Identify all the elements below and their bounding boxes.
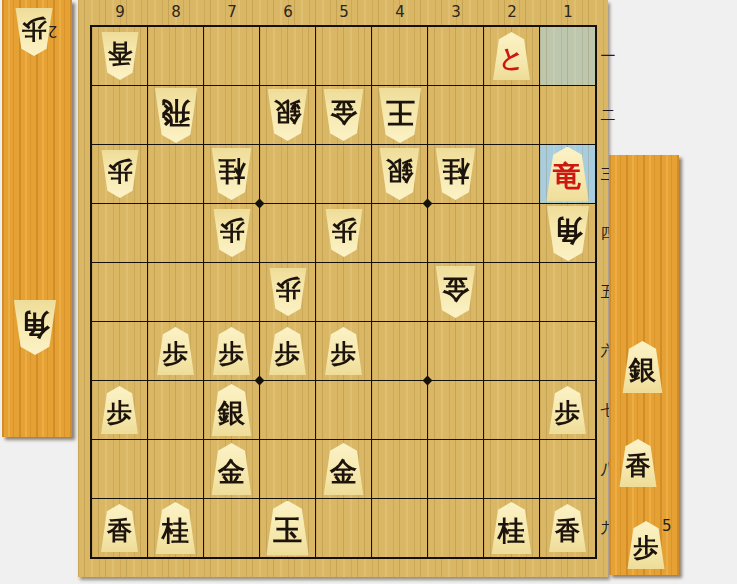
piece-dragon[interactable]: 竜 (544, 147, 592, 202)
board-cell[interactable]: 歩 (204, 322, 259, 380)
piece-bishop[interactable]: 角 (544, 206, 592, 261)
board-cell[interactable] (428, 440, 483, 498)
file-label: 8 (148, 2, 204, 22)
board-cell[interactable] (428, 381, 483, 439)
board-cell[interactable]: 歩 (540, 381, 595, 439)
board-cell[interactable]: 歩 (148, 322, 203, 380)
board-cell[interactable] (428, 204, 483, 262)
board-cell[interactable] (204, 263, 259, 321)
board-cell[interactable]: 玉 (260, 499, 315, 557)
piece-pawn[interactable]: 歩 (547, 386, 589, 434)
piece-lance[interactable]: 香 (617, 439, 659, 487)
board-cell[interactable]: 飛 (148, 86, 203, 144)
piece-glyph: 桂 (498, 512, 525, 544)
board-cell[interactable] (372, 263, 427, 321)
board-cell[interactable] (428, 322, 483, 380)
piece-rook[interactable]: 飛 (152, 88, 200, 143)
piece-glyph: 銀 (274, 99, 301, 131)
gote-piece-stand: 歩2角 (2, 0, 72, 437)
file-label: 5 (316, 2, 372, 22)
piece-glyph: 歩 (22, 17, 47, 47)
hand-piece-count: 5 (662, 517, 672, 535)
piece-glyph: 歩 (331, 336, 356, 366)
board-cell[interactable]: 桂 (428, 145, 483, 203)
piece-glyph: 歩 (634, 530, 659, 560)
board-cell[interactable]: 金 (428, 263, 483, 321)
piece-silver[interactable]: 銀 (209, 384, 254, 436)
piece-silver[interactable]: 銀 (620, 341, 665, 393)
file-label: 3 (428, 2, 484, 22)
file-label: 2 (484, 2, 540, 22)
piece-pawn[interactable]: 歩 (99, 386, 141, 434)
piece-glyph: 角 (553, 216, 582, 250)
board-cell-highlighted[interactable]: 竜 (540, 145, 595, 203)
hand-piece-count: 2 (48, 22, 58, 40)
piece-knight[interactable]: 桂 (153, 502, 198, 554)
board-cell[interactable] (540, 440, 595, 498)
piece-glyph: 歩 (331, 218, 356, 248)
board-grid-wrap: 香と飛銀金王歩桂銀桂竜歩歩角歩金歩歩歩歩歩銀歩金金香桂玉桂香 (90, 25, 597, 559)
board-cell[interactable]: 金 (204, 440, 259, 498)
piece-glyph: 香 (626, 448, 651, 478)
board-cell[interactable]: 歩 (92, 145, 147, 203)
piece-glyph: と (499, 41, 525, 71)
board-cell[interactable] (316, 499, 371, 557)
piece-glyph: 桂 (218, 158, 245, 190)
piece-pawn[interactable]: 歩 (323, 209, 365, 257)
board-cell[interactable] (260, 440, 315, 498)
board-cell[interactable]: 王 (372, 86, 427, 144)
file-label: 9 (92, 2, 148, 22)
board-grid: 香と飛銀金王歩桂銀桂竜歩歩角歩金歩歩歩歩歩銀歩金金香桂玉桂香 (90, 25, 597, 559)
file-label: 4 (372, 2, 428, 22)
board-cell[interactable]: 桂 (484, 499, 539, 557)
file-labels: 987654321 (92, 2, 596, 22)
board-cell[interactable] (428, 499, 483, 557)
board-cell[interactable] (92, 204, 147, 262)
board-cell[interactable] (204, 27, 259, 85)
rank-label: 二 (599, 86, 617, 145)
piece-glyph: 歩 (107, 395, 132, 425)
piece-glyph: 竜 (553, 157, 582, 191)
piece-glyph: 歩 (275, 277, 300, 307)
board-cell[interactable] (148, 27, 203, 85)
board-cell[interactable] (260, 145, 315, 203)
board-cell[interactable] (260, 381, 315, 439)
piece-glyph: 歩 (219, 218, 244, 248)
board-cell[interactable]: 銀 (260, 86, 315, 144)
piece-glyph: 香 (107, 41, 132, 71)
piece-pawn[interactable]: 歩 (267, 327, 309, 375)
piece-king[interactable]: 王 (376, 88, 424, 143)
board-cell[interactable] (148, 440, 203, 498)
piece-glyph: 王 (385, 98, 414, 132)
board-cell[interactable] (316, 263, 371, 321)
board-cell-highlighted[interactable] (540, 27, 595, 85)
board-cell[interactable]: 歩 (204, 204, 259, 262)
board-cell[interactable]: 桂 (148, 499, 203, 557)
piece-pawn[interactable]: 歩 (211, 327, 253, 375)
board-cell[interactable] (260, 27, 315, 85)
piece-lance[interactable]: 香 (99, 504, 141, 552)
board-cell[interactable] (540, 86, 595, 144)
board-cell[interactable]: 香 (92, 499, 147, 557)
piece-glyph: 玉 (273, 511, 302, 545)
piece-tokin[interactable]: と (491, 32, 533, 80)
piece-glyph: 歩 (163, 336, 188, 366)
piece-glyph: 歩 (219, 336, 244, 366)
piece-glyph: 銀 (629, 351, 656, 383)
piece-pawn[interactable]: 歩 (625, 521, 667, 569)
piece-king[interactable]: 玉 (264, 501, 312, 556)
piece-pawn[interactable]: 歩 (211, 209, 253, 257)
piece-glyph: 桂 (162, 512, 189, 544)
board-cell[interactable] (484, 204, 539, 262)
board-cell[interactable]: 歩 (316, 322, 371, 380)
piece-glyph: 香 (555, 513, 580, 543)
shogi-board-panel: 987654321 一二三四五六七八九 香と飛銀金王歩桂銀桂竜歩歩角歩金歩歩歩歩… (78, 0, 608, 577)
piece-glyph: 歩 (107, 159, 132, 189)
board-cell[interactable]: 歩 (260, 263, 315, 321)
board-cell[interactable] (92, 322, 147, 380)
board-cell[interactable] (484, 145, 539, 203)
board-cell[interactable] (148, 204, 203, 262)
piece-glyph: 銀 (386, 158, 413, 190)
board-cell[interactable] (372, 440, 427, 498)
piece-pawn[interactable]: 歩 (99, 150, 141, 198)
board-cell[interactable] (92, 440, 147, 498)
board-cell[interactable]: 香 (540, 499, 595, 557)
board-cell[interactable] (372, 499, 427, 557)
board-cell[interactable]: 金 (316, 440, 371, 498)
piece-knight[interactable]: 桂 (209, 148, 254, 200)
piece-silver[interactable]: 銀 (265, 89, 310, 141)
piece-gold[interactable]: 金 (433, 266, 478, 318)
board-cell[interactable]: 銀 (204, 381, 259, 439)
board-cell[interactable]: 角 (540, 204, 595, 262)
piece-glyph: 金 (330, 99, 357, 131)
piece-glyph: 香 (107, 513, 132, 543)
piece-lance[interactable]: 香 (547, 504, 589, 552)
board-cell[interactable] (372, 27, 427, 85)
piece-glyph: 金 (442, 276, 469, 308)
board-cell[interactable] (148, 263, 203, 321)
board-cell[interactable] (372, 322, 427, 380)
piece-glyph: 金 (218, 453, 245, 485)
board-cell[interactable]: 金 (316, 86, 371, 144)
board-cell[interactable] (316, 145, 371, 203)
board-cell[interactable] (204, 86, 259, 144)
rank-label: 一 (599, 27, 617, 86)
board-cell[interactable] (484, 263, 539, 321)
board-cell[interactable] (148, 145, 203, 203)
board-cell[interactable] (540, 322, 595, 380)
board-cell[interactable] (92, 86, 147, 144)
piece-knight[interactable]: 桂 (489, 502, 534, 554)
piece-glyph: 角 (21, 311, 50, 345)
board-cell[interactable] (316, 27, 371, 85)
board-cell[interactable] (428, 27, 483, 85)
piece-silver[interactable]: 銀 (377, 148, 422, 200)
piece-bishop[interactable]: 角 (11, 300, 59, 355)
piece-glyph: 飛 (161, 98, 190, 132)
piece-lance[interactable]: 香 (99, 32, 141, 80)
board-cell[interactable]: と (484, 27, 539, 85)
board-cell[interactable] (92, 263, 147, 321)
piece-glyph: 歩 (275, 336, 300, 366)
board-cell[interactable] (148, 381, 203, 439)
piece-gold[interactable]: 金 (209, 443, 254, 495)
board-cell[interactable] (540, 263, 595, 321)
board-cell[interactable] (316, 381, 371, 439)
sente-piece-stand: 銀香歩5 (609, 155, 679, 575)
board-cell[interactable] (372, 204, 427, 262)
board-cell[interactable] (260, 204, 315, 262)
board-cell[interactable]: 歩 (92, 381, 147, 439)
board-cell[interactable] (484, 86, 539, 144)
board-cell[interactable] (428, 86, 483, 144)
board-cell[interactable] (484, 381, 539, 439)
board-cell[interactable]: 桂 (204, 145, 259, 203)
board-cell[interactable]: 歩 (316, 204, 371, 262)
board-cell[interactable]: 銀 (372, 145, 427, 203)
piece-glyph: 銀 (218, 394, 245, 426)
piece-gold[interactable]: 金 (321, 443, 366, 495)
file-label: 7 (204, 2, 260, 22)
board-cell[interactable] (484, 440, 539, 498)
piece-gold[interactable]: 金 (321, 89, 366, 141)
board-cell[interactable]: 歩 (260, 322, 315, 380)
piece-glyph: 金 (330, 453, 357, 485)
piece-glyph: 歩 (555, 395, 580, 425)
board-cell[interactable] (372, 381, 427, 439)
piece-pawn[interactable]: 歩 (155, 327, 197, 375)
board-cell[interactable]: 香 (92, 27, 147, 85)
piece-pawn[interactable]: 歩 (323, 327, 365, 375)
file-label: 1 (540, 2, 596, 22)
board-cell[interactable] (204, 499, 259, 557)
board-cell[interactable] (484, 322, 539, 380)
piece-knight[interactable]: 桂 (433, 148, 478, 200)
file-label: 6 (260, 2, 316, 22)
piece-pawn[interactable]: 歩 (267, 268, 309, 316)
piece-glyph: 桂 (442, 158, 469, 190)
